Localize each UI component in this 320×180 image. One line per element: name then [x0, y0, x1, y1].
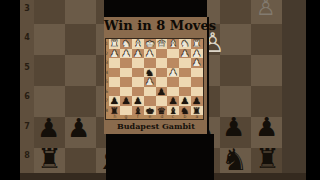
background-piece-h8: ♜: [38, 145, 62, 172]
white-piece-g2: ♟: [121, 49, 130, 57]
file-label-d: d: [156, 114, 167, 119]
file-label-a: a: [191, 114, 202, 119]
square-g7: ♟: [120, 96, 132, 106]
file-label-h: h: [109, 114, 120, 119]
square-a3: ♟: [191, 58, 203, 68]
square-c1: ♝: [167, 39, 179, 49]
square-f4: [132, 68, 144, 78]
square-a5: [191, 77, 203, 87]
white-piece-h1: ♜: [110, 40, 119, 48]
file-label-g: g: [121, 114, 132, 119]
file-label-c: c: [168, 114, 179, 119]
black-piece-f7: ♟: [133, 97, 142, 105]
square-e2: ♟: [144, 49, 156, 59]
file-label-b: b: [180, 114, 191, 119]
square-d1: ♛: [156, 39, 168, 49]
background-rank-gutter: 345678: [20, 0, 34, 180]
black-piece-h7: ♟: [110, 97, 119, 105]
square-e6: [144, 87, 156, 97]
white-piece-e1: ♚: [145, 40, 154, 48]
video-bottom-mask: [106, 134, 214, 180]
chess-board: 12345678 ♜♞♝♚♛♝♞♜♟♟♟♟♟♟♟♞♟♟♟♟♟♟♟♟♟♜♝♚♛♝♞…: [105, 38, 204, 120]
square-b4: [179, 68, 191, 78]
square-d6: ♟: [156, 87, 168, 97]
white-piece-c1: ♝: [168, 40, 177, 48]
background-rank-label-7: 7: [22, 122, 32, 131]
black-piece-a7: ♟: [192, 97, 201, 105]
square-h5: [109, 77, 121, 87]
white-piece-h2: ♟: [110, 49, 119, 57]
white-piece-b2: ♟: [180, 49, 189, 57]
background-piece-a7: ♟: [255, 114, 278, 140]
background-piece-g7: ♟: [67, 115, 90, 141]
square-f3: [132, 58, 144, 68]
square-e5: ♟: [144, 77, 156, 87]
video-frame: 345678 ♟♟♜♝♟♝♟♟♞♜♙♙ Win in 8 Moves 12345…: [0, 0, 320, 180]
white-piece-e5: ♟: [145, 78, 154, 86]
file-label-f: f: [133, 114, 144, 119]
background-piece-a8: ♜: [256, 145, 280, 172]
square-h2: ♟: [109, 49, 121, 59]
black-piece-b7: ♟: [180, 97, 189, 105]
white-piece-d1: ♛: [157, 40, 166, 48]
square-f2: ♟: [132, 49, 144, 59]
square-a4: [191, 68, 203, 78]
board-grid: ♜♞♝♚♛♝♞♜♟♟♟♟♟♟♟♞♟♟♟♟♟♟♟♟♟♜♝♚♛♝♞♜: [109, 39, 203, 115]
white-piece-b1: ♞: [180, 40, 189, 48]
square-g3: [120, 58, 132, 68]
black-piece-g7: ♟: [121, 97, 130, 105]
square-d4: [156, 68, 168, 78]
video-top-mask: [104, 0, 207, 17]
background-piece-b7: ♟: [222, 114, 245, 140]
puzzle-title: Win in 8 Moves: [104, 18, 207, 33]
background-rank-label-5: 5: [22, 63, 32, 72]
square-c2: [167, 49, 179, 59]
square-d2: [156, 49, 168, 59]
square-h3: [109, 58, 121, 68]
white-piece-a1: ♜: [192, 40, 201, 48]
opening-name: Budapest Gambit: [117, 121, 195, 131]
background-piece-b8: ♞: [221, 145, 248, 175]
background-rank-label-6: 6: [22, 92, 32, 101]
file-labels: hgfedcba: [109, 115, 203, 119]
background-rank-label-8: 8: [22, 151, 32, 160]
file-label-e: e: [144, 114, 155, 119]
black-piece-d6: ♟: [157, 87, 166, 95]
square-b5: [179, 77, 191, 87]
background-piece-a3: ♙: [256, 0, 276, 19]
background-rank-label-3: 3: [22, 4, 32, 13]
square-g4: [120, 68, 132, 78]
square-d3: [156, 58, 168, 68]
white-piece-g1: ♞: [121, 40, 130, 48]
square-b3: [179, 58, 191, 68]
puzzle-card: Win in 8 Moves 12345678 ♜♞♝♚♛♝♞♜♟♟♟♟♟♟♟♞…: [104, 17, 207, 134]
white-piece-a3: ♟: [192, 59, 201, 67]
square-c4: ♟: [167, 68, 179, 78]
square-g5: [120, 77, 132, 87]
black-piece-c7: ♟: [168, 97, 177, 105]
square-b2: ♟: [179, 49, 191, 59]
white-piece-f1: ♝: [133, 40, 142, 48]
background-piece-h7: ♟: [37, 115, 60, 141]
white-piece-f2: ♟: [133, 49, 142, 57]
white-piece-e2: ♟: [145, 49, 154, 57]
white-piece-c4: ♟: [168, 68, 177, 76]
square-c5: [167, 77, 179, 87]
background-right-margin: [282, 0, 306, 180]
background-rank-label-4: 4: [22, 33, 32, 42]
square-h4: [109, 68, 121, 78]
square-f5: [132, 77, 144, 87]
square-g2: ♟: [120, 49, 132, 59]
